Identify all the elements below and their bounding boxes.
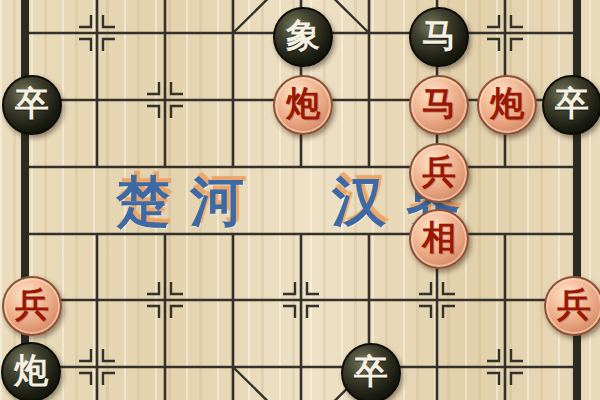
- piece-glyph: 卒: [15, 87, 49, 121]
- piece-glyph: 兵: [15, 288, 49, 322]
- piece-red-soldier-i6[interactable]: 兵: [544, 276, 600, 336]
- piece-glyph: 象: [286, 19, 320, 53]
- piece-black-cannon-a7[interactable]: 炮: [1, 342, 61, 400]
- piece-black-soldier-f7[interactable]: 卒: [341, 343, 401, 400]
- piece-red-cannon-h3[interactable]: 炮: [477, 75, 537, 135]
- river-label-chu: 楚河: [116, 170, 264, 234]
- piece-glyph: 马: [422, 87, 456, 121]
- piece-black-horse-g2[interactable]: 马: [409, 7, 469, 67]
- piece-red-cannon-e3[interactable]: 炮: [273, 75, 333, 135]
- piece-glyph: 炮: [490, 87, 524, 121]
- piece-black-soldier-i3[interactable]: 卒: [542, 75, 600, 135]
- piece-glyph: 卒: [354, 355, 388, 389]
- piece-glyph: 炮: [286, 87, 320, 121]
- piece-glyph: 兵: [557, 288, 591, 322]
- xiangqi-board[interactable]: 楚河 汉界 象 马 卒 炮 马 炮 卒 兵 相 兵 兵 炮 卒: [0, 0, 600, 400]
- piece-red-horse-g3[interactable]: 马: [409, 75, 469, 135]
- piece-glyph: 卒: [555, 87, 589, 121]
- piece-red-elephant-g5[interactable]: 相: [409, 209, 469, 269]
- piece-black-soldier-a3[interactable]: 卒: [2, 75, 62, 135]
- piece-glyph: 相: [422, 221, 456, 255]
- piece-black-elephant-e2[interactable]: 象: [273, 7, 333, 67]
- piece-red-soldier-g4[interactable]: 兵: [409, 143, 469, 203]
- piece-glyph: 兵: [422, 155, 456, 189]
- piece-glyph: 马: [422, 19, 456, 53]
- piece-red-soldier-a6[interactable]: 兵: [2, 276, 62, 336]
- piece-glyph: 炮: [14, 354, 48, 388]
